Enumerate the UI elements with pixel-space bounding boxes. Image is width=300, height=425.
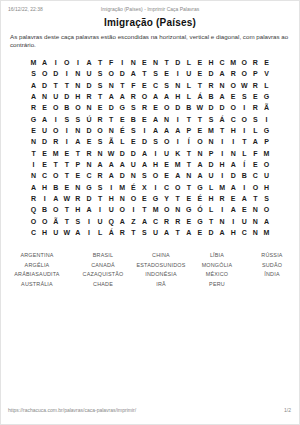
grid-cell: N (250, 227, 261, 238)
grid-cell: E (239, 204, 250, 215)
grid-cell: R (228, 68, 239, 79)
grid-cell: I (239, 125, 250, 136)
word-list-item: PERU (209, 281, 225, 287)
word-list-item: ARÁBIASAUDITA (14, 271, 59, 277)
grid-cell: É (117, 125, 128, 136)
grid-cell: O (139, 91, 150, 102)
grid-cell: N (217, 216, 228, 227)
grid-cell: A (161, 227, 172, 238)
grid-cell: A (239, 193, 250, 204)
grid-cell: G (194, 216, 205, 227)
grid-cell: E (250, 91, 261, 102)
grid-cell: A (228, 159, 239, 170)
grid-cell: O (28, 216, 39, 227)
grid-cell: M (28, 57, 39, 68)
grid-cell: C (150, 216, 161, 227)
grid-cell: G (83, 182, 94, 193)
word-list-column: CHINAESTADOSUNIDOSINDONÉSIAIRÃ (132, 252, 190, 287)
grid-cell: H (205, 193, 216, 204)
grid-cell: T (106, 113, 117, 124)
grid-cell: I (28, 159, 39, 170)
grid-cell: Q (106, 216, 117, 227)
grid-cell: O (161, 204, 172, 215)
grid-cell: U (183, 68, 194, 79)
grid-cell: G (194, 182, 205, 193)
grid-cell: T (183, 113, 194, 124)
grid-cell: S (95, 182, 106, 193)
grid-cell: I (150, 182, 161, 193)
grid-cell: A (139, 216, 150, 227)
grid-cell: T (183, 147, 194, 158)
grid-cell: O (250, 182, 261, 193)
grid-cell: C (250, 170, 261, 181)
grid-cell: R (250, 79, 261, 90)
grid-cell: N (161, 113, 172, 124)
word-list-item: IRÃ (156, 281, 166, 287)
grid-cell: T (194, 79, 205, 90)
grid-cell: S (61, 113, 72, 124)
grid-cell: I (128, 204, 139, 215)
grid-cell: T (194, 113, 205, 124)
grid-cell: S (95, 136, 106, 147)
grid-cell: O (50, 102, 61, 113)
grid-cell: C (239, 227, 250, 238)
grid-cell: I (217, 147, 228, 158)
grid-cell: U (106, 204, 117, 215)
grid-cell: N (128, 57, 139, 68)
grid-cell: D (83, 79, 94, 90)
grid-cell: N (217, 79, 228, 90)
grid-cell: T (117, 79, 128, 90)
grid-cell: A (139, 147, 150, 158)
grid-cell: A (172, 170, 183, 181)
grid-cell: E (250, 159, 261, 170)
grid-cell: M (150, 204, 161, 215)
grid-cell: D (117, 147, 128, 158)
grid-cell: A (161, 125, 172, 136)
grid-cell: U (239, 216, 250, 227)
page-number: 1/2 (284, 407, 291, 413)
grid-cell: O (228, 102, 239, 113)
grid-cell: S (95, 68, 106, 79)
grid-cell: N (72, 79, 83, 90)
grid-cell: S (139, 227, 150, 238)
grid-cell: L (95, 227, 106, 238)
grid-cell: H (217, 159, 228, 170)
grid-cell: B (61, 102, 72, 113)
grid-cell: T (61, 159, 72, 170)
grid-cell: I (50, 113, 61, 124)
grid-cell: N (150, 57, 161, 68)
grid-cell: Ã (50, 216, 61, 227)
puzzle-title: Imigração (Países) (0, 17, 300, 28)
grid-cell: T (61, 216, 72, 227)
grid-cell: E (194, 68, 205, 79)
grid-cell: O (194, 136, 205, 147)
grid-cell: N (128, 170, 139, 181)
grid-cell: N (28, 136, 39, 147)
grid-cell: E (39, 159, 50, 170)
grid-cell: U (83, 68, 94, 79)
grid-cell: E (183, 193, 194, 204)
grid-cell: U (161, 147, 172, 158)
grid-cell: L (239, 147, 250, 158)
instructions: As palavras deste caça palavras estão es… (10, 33, 290, 50)
grid-cell: H (106, 193, 117, 204)
grid-cell: S (139, 170, 150, 181)
grid-cell: S (150, 136, 161, 147)
grid-cell: E (128, 136, 139, 147)
grid-cell: T (72, 147, 83, 158)
grid-cell: I (217, 170, 228, 181)
grid-cell: D (106, 102, 117, 113)
grid-cell: C (28, 227, 39, 238)
grid-cell: A (72, 227, 83, 238)
grid-cell: R (50, 136, 61, 147)
grid-cell: N (250, 216, 261, 227)
grid-cell: O (39, 68, 50, 79)
grid-cell: U (128, 159, 139, 170)
grid-cell: S (205, 113, 216, 124)
grid-cell: A (139, 159, 150, 170)
grid-cell: A (150, 113, 161, 124)
grid-cell: I (39, 193, 50, 204)
grid-cell: T (217, 125, 228, 136)
grid-cell: E (95, 102, 106, 113)
grid-cell: S (161, 79, 172, 90)
grid-cell: S (128, 102, 139, 113)
grid-cell: H (39, 182, 50, 193)
grid-cell: A (217, 227, 228, 238)
grid-cell: W (61, 193, 72, 204)
grid-cell: T (95, 57, 106, 68)
grid-cell: E (150, 102, 161, 113)
grid-cell: I (139, 125, 150, 136)
grid-cell: A (117, 159, 128, 170)
grid-cell: A (172, 125, 183, 136)
grid-cell: I (172, 113, 183, 124)
grid-cell: A (117, 216, 128, 227)
grid-cell: N (39, 91, 50, 102)
grid-cell: I (106, 182, 117, 193)
grid-cell: D (61, 91, 72, 102)
grid-cell: A (28, 182, 39, 193)
grid-cell: W (239, 79, 250, 90)
grid-cell: O (50, 204, 61, 215)
grid-cell: M (261, 227, 272, 238)
word-list-item: INDONÉSIA (145, 271, 176, 277)
grid-cell: C (39, 170, 50, 181)
grid-cell: Í (183, 136, 194, 147)
word-list-column: LÍBIAMONGÓLIAMÉXICOPERU (190, 252, 244, 287)
grid-cell: D (83, 125, 94, 136)
word-list-item: ARGENTINA (20, 252, 53, 258)
grid-cell: U (205, 170, 216, 181)
grid-cell: A (183, 227, 194, 238)
grid-cell: E (72, 170, 83, 181)
grid-cell: L (205, 204, 216, 215)
grid-cell: P (250, 68, 261, 79)
grid-cell: S (28, 68, 39, 79)
grid-cell: A (39, 57, 50, 68)
grid-cell: H (228, 125, 239, 136)
grid-cell: R (139, 102, 150, 113)
grid-cell: Í (239, 159, 250, 170)
grid-cell: E (194, 57, 205, 68)
grid-cell: A (128, 68, 139, 79)
grid-cell: I (95, 204, 106, 215)
grid-cell: C (150, 79, 161, 90)
grid-cell: R (117, 227, 128, 238)
grid-cell: O (228, 79, 239, 90)
grid-cell: O (128, 193, 139, 204)
grid-cell: L (261, 79, 272, 90)
grid-cell: E (139, 79, 150, 90)
grid-cell: O (39, 216, 50, 227)
grid-cell: A (106, 91, 117, 102)
grid-cell: A (228, 182, 239, 193)
grid-cell: O (261, 159, 272, 170)
grid-cell: E (261, 57, 272, 68)
grid-cell: A (150, 91, 161, 102)
grid-cell: A (228, 204, 239, 215)
grid-cell: Q (28, 204, 39, 215)
grid-cell: G (28, 113, 39, 124)
grid-cell: É (128, 182, 139, 193)
grid-cell: N (83, 159, 94, 170)
grid-cell: C (228, 113, 239, 124)
word-list-item: LÍBIA (210, 252, 224, 258)
grid-cell: M (217, 182, 228, 193)
grid-cell: T (95, 91, 106, 102)
grid-cell: É (194, 193, 205, 204)
grid-cell: R (172, 216, 183, 227)
grid-cell: S (72, 216, 83, 227)
grid-cell: O (239, 113, 250, 124)
grid-cell: O (239, 57, 250, 68)
grid-cell: N (72, 68, 83, 79)
grid-cell: T (172, 227, 183, 238)
grid-cell: Ã (106, 136, 117, 147)
grid-cell: R (83, 147, 94, 158)
word-list: ARGENTINAARGÉLIAARÁBIASAUDITAAUSTRÁLIABR… (0, 252, 300, 287)
grid-cell: T (183, 182, 194, 193)
grid-cell: I (217, 136, 228, 147)
grid-cell: T (139, 68, 150, 79)
grid-cell: B (128, 113, 139, 124)
grid-cell: T (50, 79, 61, 90)
grid-cell: H (72, 91, 83, 102)
grid-cell: D (228, 170, 239, 181)
grid-cell: U (150, 227, 161, 238)
grid-cell: O (150, 170, 161, 181)
grid-cell: I (150, 147, 161, 158)
grid-cell: A (39, 113, 50, 124)
grid-cell: X (139, 182, 150, 193)
grid-cell: R (28, 102, 39, 113)
grid-cell: M (205, 125, 216, 136)
grid-cell: D (217, 102, 228, 113)
grid-cell: C (161, 182, 172, 193)
word-list-item: ÍNDIA (264, 271, 279, 277)
grid-cell: L (250, 125, 261, 136)
grid-cell: E (139, 193, 150, 204)
grid-cell: R (250, 57, 261, 68)
grid-cell: L (183, 91, 194, 102)
grid-cell: I (83, 216, 94, 227)
grid-cell: A (217, 68, 228, 79)
word-list-column: RÚSSIASUDÃOÍNDIA (244, 252, 300, 287)
grid-cell: Á (217, 113, 228, 124)
grid-cell: Z (128, 216, 139, 227)
print-header: 16/12/22, 22:38 Imigração (Países) - Imp… (0, 6, 300, 14)
grid-cell: V (261, 68, 272, 79)
grid-cell: A (106, 170, 117, 181)
grid-cell: E (39, 102, 50, 113)
grid-cell: Á (194, 91, 205, 102)
grid-cell: P (72, 159, 83, 170)
grid-cell: R (250, 102, 261, 113)
grid-cell: O (239, 68, 250, 79)
grid-cell: E (117, 113, 128, 124)
grid-cell: D (205, 102, 216, 113)
grid-cell: F (250, 147, 261, 158)
grid-cell: C (83, 170, 94, 181)
grid-cell: I (50, 57, 61, 68)
grid-cell: I (61, 68, 72, 79)
grid-cell: T (28, 147, 39, 158)
grid-cell: N (106, 79, 117, 90)
grid-cell: E (61, 182, 72, 193)
grid-cell: O (161, 136, 172, 147)
word-list-column: ARGENTINAARGÉLIAARÁBIASAUDITAAUSTRÁLIA (0, 252, 74, 287)
grid-cell: L (183, 57, 194, 68)
grid-cell: O (50, 170, 61, 181)
grid-cell: N (72, 125, 83, 136)
grid-cell: L (183, 79, 194, 90)
grid-cell: I (172, 136, 183, 147)
word-list-column: BRASILCANADÁCAZAQUISTÃOCHADE (74, 252, 132, 287)
grid-cell: G (261, 91, 272, 102)
word-list-item: ARGÉLIA (25, 262, 50, 268)
grid-cell: E (194, 125, 205, 136)
grid-cell: T (250, 193, 261, 204)
print-doc-title: Imigração (Países) - Imprimir Caça Palav… (0, 6, 300, 12)
grid-cell: A (72, 136, 83, 147)
word-list-item: AUSTRÁLIA (21, 281, 53, 287)
grid-cell: T (50, 159, 61, 170)
grid-cell: P (183, 125, 194, 136)
grid-cell: A (150, 125, 161, 136)
grid-cell: N (28, 170, 39, 181)
grid-cell: M (261, 147, 272, 158)
grid-cell: N (172, 204, 183, 215)
grid-cell: D (50, 68, 61, 79)
grid-cell: O (106, 68, 117, 79)
grid-cell: T (61, 204, 72, 215)
grid-cell: A (217, 91, 228, 102)
grid-cell: A (250, 136, 261, 147)
grid-cell: E (183, 216, 194, 227)
grid-cell: R (72, 193, 83, 204)
grid-cell: A (28, 79, 39, 90)
grid-cell: Ã (261, 102, 272, 113)
grid-cell: T (205, 216, 216, 227)
grid-cell: D (39, 136, 50, 147)
grid-cell: S (95, 79, 106, 90)
grid-cell: N (172, 79, 183, 90)
grid-cell: A (95, 159, 106, 170)
grid-cell: Y (161, 193, 172, 204)
grid-cell: R (205, 79, 216, 90)
grid-cell: H (72, 204, 83, 215)
grid-cell: D (139, 136, 150, 147)
grid-cell: A (161, 91, 172, 102)
grid-cell: E (161, 170, 172, 181)
grid-cell: E (61, 147, 72, 158)
grid-cell: N (95, 147, 106, 158)
grid-cell: A (50, 193, 61, 204)
grid-cell: F (106, 57, 117, 68)
grid-cell: I (261, 113, 272, 124)
grid-cell: G (183, 204, 194, 215)
word-list-item: RÚSSIA (261, 252, 282, 258)
grid-cell: T (61, 79, 72, 90)
grid-cell: W (61, 227, 72, 238)
grid-cell: W (106, 147, 117, 158)
grid-cell: I (72, 57, 83, 68)
grid-cell: T (61, 170, 72, 181)
grid-cell: R (95, 113, 106, 124)
grid-cell: A (106, 159, 117, 170)
grid-cell: N (106, 125, 117, 136)
grid-cell: H (205, 57, 216, 68)
grid-cell: U (261, 170, 272, 181)
grid-cell: R (28, 193, 39, 204)
grid-cell: S (239, 91, 250, 102)
grid-cell: T (172, 193, 183, 204)
grid-cell: E (139, 57, 150, 68)
grid-cell: R (128, 91, 139, 102)
grid-cell: B (39, 204, 50, 215)
grid-cell: L (205, 182, 216, 193)
grid-cell: Ó (194, 204, 205, 215)
grid-cell: G (117, 102, 128, 113)
grid-cell: W (194, 102, 205, 113)
grid-cell: E (139, 113, 150, 124)
grid-cell: D (205, 227, 216, 238)
grid-cell: I (172, 68, 183, 79)
word-list-item: MÉXICO (206, 271, 228, 277)
grid-cell: K (172, 147, 183, 158)
grid-cell: M (172, 159, 183, 170)
grid-cell: M (228, 57, 239, 68)
grid-cell: D (172, 57, 183, 68)
grid-cell: H (150, 159, 161, 170)
grid-cell: O (50, 125, 61, 136)
grid-cell: T (183, 159, 194, 170)
grid-cell: I (61, 136, 72, 147)
grid-cell: U (50, 227, 61, 238)
grid-cell: S (72, 113, 83, 124)
grid-cell: O (261, 204, 272, 215)
grid-cell: E (28, 125, 39, 136)
grid-cell: H (261, 182, 272, 193)
print-footer: https://rachacuca.com.br/palavras/caca-p… (0, 407, 300, 414)
grid-cell: N (117, 193, 128, 204)
grid-cell: A (83, 204, 94, 215)
grid-cell: S (128, 125, 139, 136)
